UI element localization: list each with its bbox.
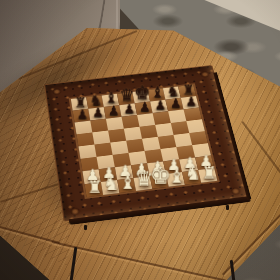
square-a4 (78, 145, 96, 159)
square-e7: ♟ (135, 102, 153, 115)
square-f6 (153, 111, 171, 125)
piece-shadow (106, 111, 123, 119)
piece-shadow (183, 101, 201, 109)
square-b8: ♞ (86, 95, 104, 108)
square-e8: ♚ (132, 90, 150, 103)
piece-shadow (104, 99, 121, 107)
board-side-edge (69, 196, 251, 225)
square-g7: ♟ (165, 98, 183, 111)
piece-black-bishop: ♝ (105, 91, 118, 106)
square-f4 (158, 135, 177, 149)
square-h7: ♟ (181, 96, 199, 109)
square-d8: ♛ (117, 92, 135, 105)
photo-scene: ♜♞♝♛♚♝♞♜♟♟♟♟♟♟♟♟♟♟♟♟♟♟♟♟♜♞♝♛♚♝♞♜ (0, 0, 280, 280)
square-d5 (124, 127, 142, 141)
board-grid: ♜♞♝♛♚♝♞♜♟♟♟♟♟♟♟♟♟♟♟♟♟♟♟♟♜♞♝♛♚♝♞♜ (69, 83, 220, 199)
piece-shadow (119, 97, 136, 105)
piece-black-bishop: ♝ (151, 86, 164, 101)
piece-black-king: ♚ (134, 83, 151, 102)
piece-black-pawn: ♟ (186, 95, 197, 108)
square-h1: ♜ (198, 168, 217, 183)
piece-shadow (134, 95, 151, 103)
square-g8: ♞ (163, 87, 181, 100)
piece-black-knight: ♞ (167, 84, 180, 98)
piece-shadow (168, 103, 186, 111)
piece-shadow (121, 109, 138, 117)
square-f7: ♟ (150, 100, 168, 113)
board-latch-pin (226, 205, 229, 210)
square-f5 (155, 123, 173, 137)
piece-shadow (165, 92, 182, 100)
piece-black-pawn: ♟ (170, 97, 181, 110)
piece-shadow (180, 90, 197, 98)
piece-black-pawn: ♟ (92, 107, 103, 120)
square-a6 (75, 121, 93, 135)
square-h4 (189, 131, 208, 145)
table-seam (241, 121, 280, 184)
piece-black-pawn: ♟ (139, 101, 150, 114)
square-c7: ♟ (104, 105, 122, 119)
piece-shadow (88, 101, 105, 109)
square-d7: ♟ (119, 103, 137, 116)
square-b6 (90, 119, 108, 133)
square-d6 (122, 115, 140, 129)
piece-shadow (150, 94, 167, 102)
square-e5 (140, 125, 158, 139)
piece-black-queen: ♛ (119, 87, 134, 104)
square-h5 (186, 119, 205, 133)
square-f1: ♝ (166, 172, 185, 187)
piece-shadow (73, 103, 90, 111)
board-perspective-wrap: ♜♞♝♛♚♝♞♜♟♟♟♟♟♟♟♟♟♟♟♟♟♟♟♟♜♞♝♛♚♝♞♜ (53, 50, 231, 228)
square-g6 (168, 109, 186, 123)
square-c6 (106, 117, 124, 131)
chess-board: ♜♞♝♛♚♝♞♜♟♟♟♟♟♟♟♟♟♟♟♟♟♟♟♟♜♞♝♛♚♝♞♜ (44, 65, 248, 221)
piece-black-pawn: ♟ (77, 108, 88, 121)
piece-shadow (201, 174, 220, 183)
square-e6 (137, 113, 155, 127)
square-c5 (108, 129, 126, 143)
piece-black-knight: ♞ (89, 93, 102, 107)
square-c8: ♝ (102, 94, 120, 107)
piece-shadow (74, 114, 91, 123)
piece-black-pawn: ♟ (124, 103, 135, 116)
piece-black-rook: ♜ (183, 84, 195, 97)
square-a8: ♜ (71, 97, 88, 110)
piece-shadow (137, 107, 154, 115)
square-b7: ♟ (88, 107, 106, 121)
piece-shadow (152, 105, 170, 113)
board-latch-pin (84, 225, 87, 230)
piece-black-pawn: ♟ (108, 105, 119, 118)
square-a5 (76, 132, 94, 146)
square-a7: ♟ (73, 109, 91, 123)
table-edge-groove (52, 241, 226, 280)
piece-black-rook: ♜ (74, 96, 86, 109)
square-g5 (171, 121, 189, 135)
square-h6 (184, 108, 202, 122)
square-h8: ♜ (178, 85, 196, 98)
piece-shadow (90, 112, 107, 120)
piece-black-pawn: ♟ (155, 99, 166, 112)
square-f8: ♝ (148, 88, 166, 101)
